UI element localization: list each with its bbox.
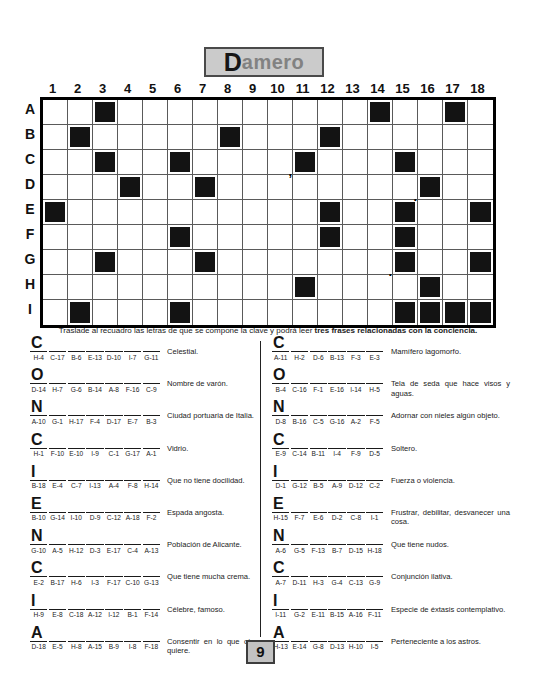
code-I-8: I-8 (124, 641, 141, 651)
col-label-3: 3 (90, 81, 115, 97)
right-clue-2: OB-4C-16F-1E-16I-14H-5Tela de seda que h… (272, 369, 510, 401)
col-label-18: 18 (465, 81, 490, 97)
code-A-9: A-9 (328, 480, 345, 490)
clue-key-letter: N (273, 399, 285, 415)
cell-B-7[interactable] (193, 125, 218, 150)
code-F-9: F-9 (347, 448, 364, 458)
clue-codes: B-10G-14I-10D-9C-12A-18F-2 (30, 512, 161, 522)
cell-C-4[interactable] (118, 150, 143, 175)
black-cell (420, 302, 440, 323)
black-cell (195, 177, 215, 197)
cell-C-14[interactable] (368, 150, 393, 175)
code-A-4: A-4 (105, 480, 122, 490)
clue-codes: I-11G-2E-11B-15A-16F-11 (272, 609, 385, 619)
cell-E-7[interactable] (193, 200, 218, 225)
cell-F-10[interactable] (268, 225, 293, 250)
code-A-18: A-18 (124, 512, 141, 522)
cell-I-17 (443, 300, 468, 325)
clue-key-letter: I (273, 464, 277, 480)
cell-D-5[interactable] (143, 175, 168, 200)
clue-text: Ciudad portuaria de Italia. (167, 411, 257, 420)
code-G-10: G-10 (30, 544, 47, 554)
code-E-2: E-2 (30, 576, 47, 586)
cell-C-5[interactable] (143, 150, 168, 175)
cell-H-12[interactable] (318, 275, 343, 300)
cell-I-18 (468, 300, 493, 325)
black-cell (120, 177, 140, 197)
cell-E-17[interactable] (443, 200, 468, 225)
cell-D-4 (118, 175, 143, 200)
black-cell (420, 177, 440, 197)
code-H-15: H-15 (272, 512, 289, 522)
cell-D-17[interactable] (443, 175, 468, 200)
cell-F-9[interactable] (243, 225, 268, 250)
cell-G-4[interactable] (118, 250, 143, 275)
code-H-4: H-4 (30, 351, 47, 361)
cell-H-16 (418, 275, 443, 300)
cell-G-6[interactable] (168, 250, 193, 275)
code-E-3: E-3 (366, 351, 383, 361)
clue-key-letter: I (273, 593, 277, 609)
cell-B-12 (318, 125, 343, 150)
code-B-7: B-7 (328, 544, 345, 554)
col-label-15: 15 (390, 81, 415, 97)
clue-codes: H-13E-14G-8D-13H-10I-5 (272, 641, 385, 651)
cell-F-15 (393, 225, 418, 250)
code-H-10: H-10 (347, 641, 364, 651)
code-B-16: B-16 (291, 415, 308, 425)
code-E-16: E-16 (328, 383, 345, 393)
black-cell (170, 152, 190, 172)
cell-H-4[interactable] (118, 275, 143, 300)
instructions-bold: tres frases relacionadas con la concienc… (315, 326, 478, 335)
clue-column-left: CH-4C-17B-6E-13D-10I-7G-11Celestial.OD-1… (30, 337, 257, 659)
cell-B-17[interactable] (443, 125, 468, 150)
cell-C-17[interactable] (443, 150, 468, 175)
black-cell (470, 202, 491, 222)
cell-H-13[interactable] (343, 275, 368, 300)
title-initial: D (224, 50, 242, 75)
code-F-18: F-18 (143, 641, 160, 651)
code-I-10: I-10 (68, 512, 85, 522)
right-clue-6: EH-15F-7E-6D-2C-8I-1Frustrar, debilitar,… (272, 498, 510, 530)
clue-key-letter: A (273, 625, 285, 641)
cell-F-18[interactable] (468, 225, 493, 250)
code-C-7: C-7 (68, 480, 85, 490)
cell-B-2 (68, 125, 93, 150)
cell-A-16[interactable] (418, 100, 443, 125)
cell-F-17[interactable] (443, 225, 468, 250)
cell-E-13[interactable] (343, 200, 368, 225)
cell-F-3[interactable] (93, 225, 118, 250)
code-B-3: B-3 (143, 415, 160, 425)
code-C-18: C-18 (68, 609, 85, 619)
code-I-4: I-4 (328, 448, 345, 458)
cell-I-2 (68, 300, 93, 325)
clue-key-letter: E (273, 496, 284, 512)
cell-E-5[interactable] (143, 200, 168, 225)
cell-D-12[interactable] (318, 175, 343, 200)
code-G-2: G-2 (291, 609, 308, 619)
cell-I-3[interactable] (93, 300, 118, 325)
code-C-12: C-12 (105, 512, 122, 522)
clue-key-letter: A (31, 625, 43, 641)
code-F-14: F-14 (143, 609, 160, 619)
row-label-D: D (22, 172, 38, 197)
cell-F-7[interactable] (193, 225, 218, 250)
code-G-13: G-13 (143, 576, 160, 586)
cell-E-6[interactable] (168, 200, 193, 225)
clue-key-letter: C (273, 335, 285, 351)
code-F-10: F-10 (49, 448, 66, 458)
cell-F-1[interactable] (43, 225, 68, 250)
cell-D-3[interactable] (93, 175, 118, 200)
cell-A-13[interactable] (343, 100, 368, 125)
code-B-9: B-9 (105, 641, 122, 651)
code-C-8: C-8 (347, 512, 364, 522)
clue-text: Perteneciente a los astros. (391, 637, 510, 646)
cell-G-8[interactable] (218, 250, 243, 275)
black-cell (470, 252, 491, 272)
code-H-3: H-3 (310, 576, 327, 586)
cell-D-8[interactable] (218, 175, 243, 200)
cell-D-16 (418, 175, 443, 200)
cell-B-10[interactable] (268, 125, 293, 150)
cell-F-13[interactable] (343, 225, 368, 250)
cell-C-16[interactable] (418, 150, 443, 175)
code-G-4: G-4 (328, 576, 345, 586)
cell-E-14[interactable] (368, 200, 393, 225)
row-label-C: C (22, 147, 38, 172)
code-F-3: F-3 (347, 351, 364, 361)
clue-codes: A-11H-2D-6B-13F-3E-3 (272, 351, 385, 361)
clue-key-letter: C (273, 560, 285, 576)
cell-F-11[interactable] (293, 225, 318, 250)
cell-G-5[interactable] (143, 250, 168, 275)
cell-B-11[interactable] (293, 125, 318, 150)
cell-A-4[interactable] (118, 100, 143, 125)
cell-G-3 (93, 250, 118, 275)
clue-text: Soltero. (391, 444, 510, 453)
code-A-11: A-11 (272, 351, 289, 361)
cell-G-12[interactable] (318, 250, 343, 275)
col-label-17: 17 (440, 81, 465, 97)
cell-I-16 (418, 300, 443, 325)
cell-C-8[interactable] (218, 150, 243, 175)
cell-B-5[interactable] (143, 125, 168, 150)
code-B-1: B-1 (124, 609, 141, 619)
cell-G-16[interactable] (418, 250, 443, 275)
cell-I-10[interactable] (268, 300, 293, 325)
code-F-17: F-17 (105, 576, 122, 586)
cell-G-10[interactable] (268, 250, 293, 275)
cell-A-11[interactable] (293, 100, 318, 125)
cell-G-11[interactable] (293, 250, 318, 275)
right-clue-8: CA-7D-11H-3G-4C-13G-9Conjunción ilativa. (272, 562, 510, 594)
code-A-12: A-12 (86, 609, 103, 619)
cell-D-7 (193, 175, 218, 200)
cell-F-5[interactable] (143, 225, 168, 250)
cell-A-18[interactable] (468, 100, 493, 125)
cell-A-8[interactable] (218, 100, 243, 125)
code-F-4: F-4 (86, 415, 103, 425)
cell-D-18[interactable] (468, 175, 493, 200)
code-I-14: I-14 (347, 383, 364, 393)
code-I-7: I-7 (124, 351, 141, 361)
cell-I-5[interactable] (143, 300, 168, 325)
cell-I-14[interactable]: . (368, 300, 393, 325)
cell-B-4[interactable] (118, 125, 143, 150)
cell-D-9[interactable] (243, 175, 268, 200)
code-E-14: E-14 (291, 641, 308, 651)
cell-H-15[interactable] (393, 275, 418, 300)
code-I-12: I-12 (105, 609, 122, 619)
code-F-8: F-8 (124, 480, 141, 490)
code-D-3: D-3 (86, 544, 103, 554)
cell-B-16[interactable] (418, 125, 443, 150)
cell-A-6[interactable] (168, 100, 193, 125)
cell-H-10[interactable] (268, 275, 293, 300)
code-H-5: H-5 (366, 383, 383, 393)
cell-I-4[interactable] (118, 300, 143, 325)
cell-D-13[interactable] (343, 175, 368, 200)
cell-E-16[interactable] (418, 200, 443, 225)
code-H-2: H-2 (291, 351, 308, 361)
code-H-17: H-17 (68, 415, 85, 425)
left-clue-9: IH-9E-8C-18A-12I-12B-1F-14Célebre, famos… (30, 595, 257, 627)
clue-codes: H-15F-7E-6D-2C-8I-1 (272, 512, 385, 522)
cell-E-3[interactable] (93, 200, 118, 225)
cell-C-1[interactable] (43, 150, 68, 175)
cell-H-1[interactable] (43, 275, 68, 300)
cell-E-12 (318, 200, 343, 225)
cell-E-8[interactable] (218, 200, 243, 225)
cell-D-15[interactable]: . (393, 175, 418, 200)
cell-I-13[interactable] (343, 300, 368, 325)
code-I-3: I-3 (86, 576, 103, 586)
cell-H-6[interactable] (168, 275, 193, 300)
cell-B-1[interactable] (43, 125, 68, 150)
cell-C-7[interactable] (193, 150, 218, 175)
cell-A-15[interactable] (393, 100, 418, 125)
code-F-13: F-13 (310, 544, 327, 554)
code-E-10: E-10 (68, 448, 85, 458)
col-label-9: 9 (240, 81, 265, 97)
black-cell (470, 302, 491, 323)
clue-key-letter: N (31, 399, 43, 415)
code-B-6: B-6 (68, 351, 85, 361)
code-E-11: E-11 (310, 609, 327, 619)
cell-I-12[interactable] (318, 300, 343, 325)
code-A-5: A-5 (49, 544, 66, 554)
clue-codes: A-7D-11H-3G-4C-13G-9 (272, 576, 385, 586)
clue-column-right: CA-11H-2D-6B-13F-3E-3Mamífero lagomorfo.… (272, 337, 510, 659)
cell-D-1[interactable] (43, 175, 68, 200)
cell-C-13[interactable] (343, 150, 368, 175)
col-label-6: 6 (165, 81, 190, 97)
instructions: Traslade al recuadro las letras de que s… (0, 326, 536, 335)
code-E-4: E-4 (49, 480, 66, 490)
col-label-14: 14 (365, 81, 390, 97)
code-H-6: H-6 (68, 576, 85, 586)
col-label-13: 13 (340, 81, 365, 97)
black-cell (170, 227, 190, 247)
cell-H-2[interactable] (68, 275, 93, 300)
cell-H-7[interactable] (193, 275, 218, 300)
cell-D-2[interactable] (68, 175, 93, 200)
code-G-5: G-5 (291, 544, 308, 554)
cell-I-8[interactable] (218, 300, 243, 325)
cell-E-2[interactable] (68, 200, 93, 225)
grid-row-labels: ABCDEFGHI (22, 97, 38, 322)
cell-C-2[interactable] (68, 150, 93, 175)
right-clue-3: ND-8B-16C-5G-16A-2F-5Adornar con nieles … (272, 401, 510, 433)
cell-G-7 (193, 250, 218, 275)
cell-I-7[interactable] (193, 300, 218, 325)
cell-G-9[interactable] (243, 250, 268, 275)
cell-B-14[interactable] (368, 125, 393, 150)
cell-G-13[interactable] (343, 250, 368, 275)
cell-F-4[interactable] (118, 225, 143, 250)
cell-B-15[interactable] (393, 125, 418, 150)
cell-H-17[interactable] (443, 275, 468, 300)
code-E-8: E-8 (49, 609, 66, 619)
cell-C-10[interactable]: , (268, 150, 293, 175)
clue-key-letter: N (31, 528, 43, 544)
right-clue-10: AH-13E-14G-8D-13H-10I-5Perteneciente a l… (272, 627, 510, 659)
code-B-17: B-17 (49, 576, 66, 586)
code-H-8: H-8 (68, 641, 85, 651)
col-label-5: 5 (140, 81, 165, 97)
code-C-14: C-14 (291, 448, 308, 458)
code-D-11: D-11 (291, 576, 308, 586)
code-G-17: G-17 (124, 448, 141, 458)
left-clue-10: AD-18E-5H-8A-15B-9I-8F-18Consentir en lo… (30, 627, 257, 659)
code-D-18: D-18 (30, 641, 47, 651)
cell-F-2[interactable] (68, 225, 93, 250)
cell-H-3[interactable] (93, 275, 118, 300)
title-rest: amero (242, 52, 305, 72)
column-divider (260, 341, 261, 637)
code-B-5: B-5 (310, 480, 327, 490)
cell-E-9[interactable] (243, 200, 268, 225)
row-label-H: H (22, 272, 38, 297)
cell-B-6[interactable] (168, 125, 193, 150)
code-D-8: D-8 (272, 415, 289, 425)
code-B-10: B-10 (30, 512, 47, 522)
code-I-11: I-11 (272, 609, 289, 619)
code-A-10: A-10 (30, 415, 47, 425)
cell-A-12[interactable] (318, 100, 343, 125)
cell-F-14[interactable] (368, 225, 393, 250)
code-H-14: H-14 (143, 480, 160, 490)
cell-G-18 (468, 250, 493, 275)
cell-B-18[interactable] (468, 125, 493, 150)
clue-codes: A-6G-5F-13B-7D-15H-18 (272, 544, 385, 554)
cell-D-11[interactable] (293, 175, 318, 200)
cell-E-11[interactable] (293, 200, 318, 225)
code-E-13: E-13 (86, 351, 103, 361)
cell-A-5[interactable] (143, 100, 168, 125)
code-E-9: E-9 (272, 448, 289, 458)
code-A-2: A-2 (347, 415, 364, 425)
cell-E-18 (468, 200, 493, 225)
code-G-16: G-16 (328, 415, 345, 425)
cell-D-6[interactable] (168, 175, 193, 200)
cell-I-9[interactable] (243, 300, 268, 325)
clue-text: Nombre de varón. (167, 379, 257, 388)
black-cell (295, 277, 315, 297)
cell-H-9[interactable] (243, 275, 268, 300)
clue-codes: H-4C-17B-6E-13D-10I-7G-11 (30, 351, 161, 361)
cell-C-9[interactable] (243, 150, 268, 175)
board: ,... (40, 97, 496, 328)
cell-A-9[interactable] (243, 100, 268, 125)
cell-A-2[interactable] (68, 100, 93, 125)
cell-E-4[interactable] (118, 200, 143, 225)
cell-F-16[interactable] (418, 225, 443, 250)
code-E-17: E-17 (105, 544, 122, 554)
cell-G-1[interactable] (43, 250, 68, 275)
cell-B-9[interactable] (243, 125, 268, 150)
cell-G-14[interactable]: . (368, 250, 393, 275)
black-cell (95, 102, 115, 122)
cell-H-18[interactable] (468, 275, 493, 300)
cell-C-18[interactable] (468, 150, 493, 175)
cell-A-1[interactable] (43, 100, 68, 125)
black-cell (395, 252, 415, 272)
cell-D-14[interactable] (368, 175, 393, 200)
left-clue-5: IB-18E-4C-7I-13A-4F-8H-14Que no tiene do… (30, 466, 257, 498)
code-C-1: C-1 (105, 448, 122, 458)
code-C-16: C-16 (291, 383, 308, 393)
code-G-9: G-9 (366, 576, 383, 586)
black-cell (370, 102, 390, 122)
cell-I-11[interactable] (293, 300, 318, 325)
clue-key-letter: O (31, 367, 43, 383)
code-C-13: C-13 (347, 576, 364, 586)
clue-codes: D-8B-16C-5G-16A-2F-5 (272, 415, 385, 425)
right-clue-1: CA-11H-2D-6B-13F-3E-3Mamífero lagomorfo. (272, 337, 510, 369)
cell-H-5[interactable] (143, 275, 168, 300)
left-clue-8: CE-2B-17H-6I-3F-17C-10G-13Que tiene much… (30, 562, 257, 594)
black-cell (320, 227, 340, 247)
cell-E-10[interactable] (268, 200, 293, 225)
cell-G-2[interactable] (68, 250, 93, 275)
cell-I-15 (393, 300, 418, 325)
code-E-7: E-7 (124, 415, 141, 425)
code-D-5: D-5 (366, 448, 383, 458)
cell-B-13[interactable] (343, 125, 368, 150)
cell-H-8[interactable] (218, 275, 243, 300)
cell-I-1[interactable] (43, 300, 68, 325)
left-clue-4: CH-1F-10E-10I-9C-1G-17A-1Vidrio. (30, 434, 257, 466)
black-cell (395, 202, 415, 222)
cell-C-12[interactable] (318, 150, 343, 175)
cell-F-8[interactable] (218, 225, 243, 250)
left-clue-2: OD-14H-7G-6B-14A-8F-16C-9Nombre de varón… (30, 369, 257, 401)
cell-A-10[interactable] (268, 100, 293, 125)
code-B-15: B-15 (328, 609, 345, 619)
cell-A-7[interactable] (193, 100, 218, 125)
col-label-4: 4 (115, 81, 140, 97)
cell-B-3[interactable] (93, 125, 118, 150)
code-F-5: F-5 (366, 415, 383, 425)
black-cell (95, 152, 115, 172)
cell-G-17[interactable] (443, 250, 468, 275)
black-cell (70, 302, 90, 323)
code-G-11: G-11 (143, 351, 160, 361)
